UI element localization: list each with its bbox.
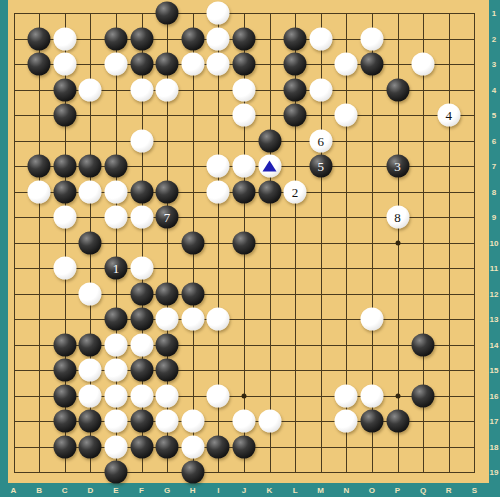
row-label: 3 [492,60,496,69]
column-label: P [395,486,400,495]
column-label: J [242,486,246,495]
column-label: N [343,486,349,495]
row-label: 7 [492,162,496,171]
go-board[interactable] [8,0,489,483]
column-label: S [472,486,477,495]
column-label: M [317,486,324,495]
row-label: 19 [490,468,499,477]
row-label: 17 [490,417,499,426]
row-label: 5 [492,111,496,120]
column-label: O [369,486,375,495]
column-label: Q [420,486,426,495]
row-label: 6 [492,136,496,145]
column-label: R [446,486,452,495]
row-label: 4 [492,85,496,94]
row-label: 10 [490,238,499,247]
column-label: B [36,486,42,495]
column-label: K [267,486,273,495]
row-label: 15 [490,366,499,375]
column-label: A [11,486,17,495]
row-label: 1 [492,9,496,18]
column-label: E [113,486,118,495]
row-label: 11 [490,264,498,273]
row-label: 13 [490,315,499,324]
row-label: 8 [492,187,496,196]
go-game-frame: 46532781ABCDEFGHIJKLMNOPQRS1234567891011… [0,0,500,497]
row-label: 9 [492,213,496,222]
row-label: 2 [492,34,496,43]
row-label: 16 [490,391,499,400]
column-label: G [164,486,170,495]
row-label: 12 [490,289,499,298]
column-label: H [190,486,196,495]
column-label: L [293,486,298,495]
column-label: I [217,486,219,495]
column-label: D [87,486,93,495]
row-label: 18 [490,442,499,451]
column-label: C [62,486,68,495]
column-label: F [139,486,144,495]
row-label: 14 [490,340,499,349]
